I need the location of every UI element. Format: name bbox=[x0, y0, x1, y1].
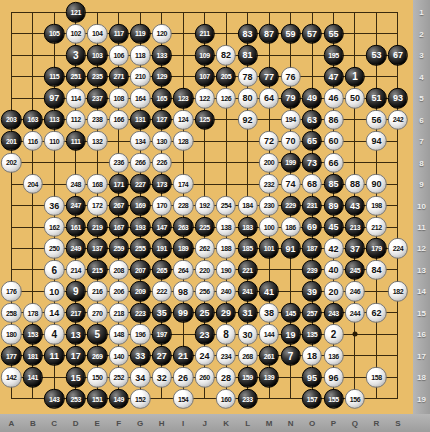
black-stone-P2[interactable]: 55 bbox=[323, 23, 343, 43]
move-number: 149 bbox=[113, 395, 123, 402]
move-number: 141 bbox=[28, 374, 38, 381]
black-stone-L13[interactable]: 221 bbox=[237, 260, 257, 280]
white-stone-P7[interactable]: 60 bbox=[323, 131, 343, 151]
black-stone-H16[interactable]: 197 bbox=[151, 324, 171, 344]
white-stone-K17[interactable]: 234 bbox=[216, 346, 236, 366]
white-stone-P5[interactable]: 46 bbox=[323, 88, 343, 108]
black-stone-F10[interactable]: 267 bbox=[108, 195, 128, 215]
black-stone-D18[interactable]: 15 bbox=[66, 367, 86, 387]
black-stone-E17[interactable]: 269 bbox=[87, 346, 107, 366]
black-stone-F2[interactable]: 117 bbox=[108, 23, 128, 43]
black-stone-K15[interactable]: 29 bbox=[216, 303, 236, 323]
white-stone-N11[interactable]: 186 bbox=[280, 217, 300, 237]
black-stone-O5[interactable]: 49 bbox=[302, 88, 322, 108]
black-stone-D1[interactable]: 121 bbox=[66, 2, 86, 22]
black-stone-A7[interactable]: 201 bbox=[1, 131, 21, 151]
black-stone-O12[interactable]: 187 bbox=[302, 238, 322, 258]
white-stone-C15[interactable]: 14 bbox=[44, 303, 64, 323]
white-stone-C13[interactable]: 6 bbox=[44, 260, 64, 280]
black-stone-C19[interactable]: 143 bbox=[44, 389, 64, 409]
white-stone-K19[interactable]: 160 bbox=[216, 389, 236, 409]
white-stone-F18[interactable]: 252 bbox=[108, 367, 128, 387]
black-stone-B18[interactable]: 141 bbox=[23, 367, 43, 387]
white-stone-Q15[interactable]: 244 bbox=[345, 303, 365, 323]
black-stone-C17[interactable]: 11 bbox=[44, 346, 64, 366]
white-stone-F5[interactable]: 108 bbox=[108, 88, 128, 108]
white-stone-L6[interactable]: 92 bbox=[237, 109, 257, 129]
white-stone-H7[interactable]: 130 bbox=[151, 131, 171, 151]
white-stone-G3[interactable]: 118 bbox=[130, 45, 150, 65]
white-stone-J17[interactable]: 24 bbox=[194, 346, 214, 366]
white-stone-R15[interactable]: 62 bbox=[366, 303, 386, 323]
move-number: 89 bbox=[328, 201, 338, 211]
black-stone-B6[interactable]: 163 bbox=[23, 109, 43, 129]
black-stone-R5[interactable]: 51 bbox=[366, 88, 386, 108]
white-stone-L4[interactable]: 78 bbox=[237, 66, 257, 86]
black-stone-S3[interactable]: 67 bbox=[388, 45, 408, 65]
white-stone-K14[interactable]: 240 bbox=[216, 281, 236, 301]
black-stone-J16[interactable]: 23 bbox=[194, 324, 214, 344]
black-stone-Q11[interactable]: 213 bbox=[345, 217, 365, 237]
black-stone-H13[interactable]: 265 bbox=[151, 260, 171, 280]
white-stone-K11[interactable]: 138 bbox=[216, 217, 236, 237]
black-stone-P4[interactable]: 47 bbox=[323, 66, 343, 86]
move-number: 195 bbox=[328, 52, 338, 59]
black-stone-G2[interactable]: 119 bbox=[130, 23, 150, 43]
white-stone-P6[interactable]: 86 bbox=[323, 109, 343, 129]
move-number: 244 bbox=[350, 309, 360, 316]
black-stone-D12[interactable]: 249 bbox=[66, 238, 86, 258]
white-stone-F3[interactable]: 106 bbox=[108, 45, 128, 65]
black-stone-G9[interactable]: 227 bbox=[130, 174, 150, 194]
white-stone-K13[interactable]: 190 bbox=[216, 260, 236, 280]
black-stone-E19[interactable]: 151 bbox=[87, 389, 107, 409]
white-stone-F16[interactable]: 148 bbox=[108, 324, 128, 344]
move-number: 220 bbox=[199, 266, 209, 273]
black-stone-G12[interactable]: 255 bbox=[130, 238, 150, 258]
black-stone-N5[interactable]: 79 bbox=[280, 88, 300, 108]
black-stone-E5[interactable]: 237 bbox=[87, 88, 107, 108]
white-stone-J18[interactable]: 260 bbox=[194, 367, 214, 387]
black-stone-G14[interactable]: 209 bbox=[130, 281, 150, 301]
black-stone-O6[interactable]: 63 bbox=[302, 109, 322, 129]
white-stone-O17[interactable]: 18 bbox=[302, 346, 322, 366]
white-stone-C11[interactable]: 162 bbox=[44, 217, 64, 237]
move-number: 210 bbox=[135, 73, 145, 80]
black-stone-O7[interactable]: 65 bbox=[302, 131, 322, 151]
white-stone-L10[interactable]: 184 bbox=[237, 195, 257, 215]
black-stone-R12[interactable]: 179 bbox=[366, 238, 386, 258]
black-stone-E13[interactable]: 215 bbox=[87, 260, 107, 280]
black-stone-L3[interactable]: 81 bbox=[237, 45, 257, 65]
white-stone-K5[interactable]: 126 bbox=[216, 88, 236, 108]
black-stone-I17[interactable]: 21 bbox=[173, 346, 193, 366]
black-stone-O14[interactable]: 39 bbox=[302, 281, 322, 301]
black-stone-P10[interactable]: 89 bbox=[323, 195, 343, 215]
move-number: 32 bbox=[157, 372, 167, 382]
white-stone-I7[interactable]: 128 bbox=[173, 131, 193, 151]
move-number: 242 bbox=[393, 116, 403, 123]
move-number: 134 bbox=[135, 138, 145, 145]
black-stone-E16[interactable]: 5 bbox=[87, 324, 107, 344]
black-stone-N10[interactable]: 229 bbox=[280, 195, 300, 215]
white-stone-I19[interactable]: 154 bbox=[173, 389, 193, 409]
black-stone-G6[interactable]: 131 bbox=[130, 109, 150, 129]
black-stone-E11[interactable]: 219 bbox=[87, 217, 107, 237]
white-stone-P12[interactable]: 42 bbox=[323, 238, 343, 258]
white-stone-Q14[interactable]: 246 bbox=[345, 281, 365, 301]
move-number: 120 bbox=[156, 30, 166, 37]
move-number: 192 bbox=[199, 202, 209, 209]
black-stone-H11[interactable]: 147 bbox=[151, 217, 171, 237]
white-stone-G18[interactable]: 34 bbox=[130, 367, 150, 387]
white-stone-C12[interactable]: 250 bbox=[44, 238, 64, 258]
move-number: 111 bbox=[71, 138, 81, 145]
white-stone-C16[interactable]: 4 bbox=[44, 324, 64, 344]
black-stone-N2[interactable]: 59 bbox=[280, 23, 300, 43]
white-stone-A14[interactable]: 176 bbox=[1, 281, 21, 301]
black-stone-D14[interactable]: 9 bbox=[66, 281, 86, 301]
white-stone-Q19[interactable]: 156 bbox=[345, 389, 365, 409]
white-stone-J14[interactable]: 256 bbox=[194, 281, 214, 301]
black-stone-I12[interactable]: 189 bbox=[173, 238, 193, 258]
white-stone-Q5[interactable]: 50 bbox=[345, 88, 365, 108]
black-stone-M4[interactable]: 77 bbox=[259, 66, 279, 86]
black-stone-A6[interactable]: 203 bbox=[1, 109, 21, 129]
black-stone-G11[interactable]: 193 bbox=[130, 217, 150, 237]
move-number: 269 bbox=[92, 352, 102, 359]
white-stone-G5[interactable]: 164 bbox=[130, 88, 150, 108]
black-stone-C6[interactable]: 113 bbox=[44, 109, 64, 129]
black-stone-H5[interactable]: 165 bbox=[151, 88, 171, 108]
white-stone-C14[interactable]: 10 bbox=[44, 281, 64, 301]
black-stone-J11[interactable]: 225 bbox=[194, 217, 214, 237]
white-stone-A18[interactable]: 142 bbox=[1, 367, 21, 387]
black-stone-L15[interactable]: 31 bbox=[237, 303, 257, 323]
black-stone-Q4[interactable]: 1 bbox=[345, 66, 365, 86]
white-stone-F13[interactable]: 208 bbox=[108, 260, 128, 280]
row-label-14: 14 bbox=[417, 287, 426, 296]
white-stone-J10[interactable]: 192 bbox=[194, 195, 214, 215]
black-stone-P11[interactable]: 45 bbox=[323, 217, 343, 237]
white-stone-N4[interactable]: 76 bbox=[280, 66, 300, 86]
black-stone-M12[interactable]: 101 bbox=[259, 238, 279, 258]
black-stone-C2[interactable]: 105 bbox=[44, 23, 64, 43]
black-stone-F4[interactable]: 271 bbox=[108, 66, 128, 86]
go-board[interactable]: 1234567891011131415171819202123242526272… bbox=[0, 0, 413, 414]
black-stone-E3[interactable]: 103 bbox=[87, 45, 107, 65]
white-stone-J5[interactable]: 122 bbox=[194, 88, 214, 108]
black-stone-G13[interactable]: 207 bbox=[130, 260, 150, 280]
white-stone-L17[interactable]: 268 bbox=[237, 346, 257, 366]
black-stone-D17[interactable]: 17 bbox=[66, 346, 86, 366]
black-stone-N17[interactable]: 7 bbox=[280, 346, 300, 366]
black-stone-D16[interactable]: 13 bbox=[66, 324, 86, 344]
white-stone-E15[interactable]: 270 bbox=[87, 303, 107, 323]
white-stone-D2[interactable]: 102 bbox=[66, 23, 86, 43]
black-stone-R3[interactable]: 53 bbox=[366, 45, 386, 65]
white-stone-J12[interactable]: 262 bbox=[194, 238, 214, 258]
white-stone-G4[interactable]: 210 bbox=[130, 66, 150, 86]
white-stone-R7[interactable]: 94 bbox=[366, 131, 386, 151]
white-stone-R10[interactable]: 198 bbox=[366, 195, 386, 215]
move-number: 213 bbox=[350, 223, 360, 230]
black-stone-J15[interactable]: 25 bbox=[194, 303, 214, 323]
move-number: 256 bbox=[199, 288, 209, 295]
white-stone-F8[interactable]: 236 bbox=[108, 152, 128, 172]
row-label-4: 4 bbox=[419, 72, 423, 81]
black-stone-S5[interactable]: 93 bbox=[388, 88, 408, 108]
white-stone-G7[interactable]: 134 bbox=[130, 131, 150, 151]
white-stone-P14[interactable]: 20 bbox=[323, 281, 343, 301]
white-stone-H10[interactable]: 170 bbox=[151, 195, 171, 215]
black-stone-G10[interactable]: 169 bbox=[130, 195, 150, 215]
black-stone-L2[interactable]: 83 bbox=[237, 23, 257, 43]
white-stone-C7[interactable]: 110 bbox=[44, 131, 64, 151]
black-stone-O11[interactable]: 69 bbox=[302, 217, 322, 237]
white-stone-B7[interactable]: 116 bbox=[23, 131, 43, 151]
white-stone-M7[interactable]: 72 bbox=[259, 131, 279, 151]
white-stone-K12[interactable]: 188 bbox=[216, 238, 236, 258]
white-stone-E10[interactable]: 172 bbox=[87, 195, 107, 215]
white-stone-N9[interactable]: 74 bbox=[280, 174, 300, 194]
white-stone-K10[interactable]: 254 bbox=[216, 195, 236, 215]
black-stone-F9[interactable]: 171 bbox=[108, 174, 128, 194]
white-stone-G16[interactable]: 196 bbox=[130, 324, 150, 344]
black-stone-H9[interactable]: 173 bbox=[151, 174, 171, 194]
black-stone-A17[interactable]: 177 bbox=[1, 346, 21, 366]
white-stone-M10[interactable]: 230 bbox=[259, 195, 279, 215]
black-stone-I15[interactable]: 99 bbox=[173, 303, 193, 323]
black-stone-O19[interactable]: 157 bbox=[302, 389, 322, 409]
white-stone-G19[interactable]: 152 bbox=[130, 389, 150, 409]
black-stone-M17[interactable]: 261 bbox=[259, 346, 279, 366]
move-number: 130 bbox=[156, 138, 166, 145]
black-stone-N15[interactable]: 145 bbox=[280, 303, 300, 323]
black-stone-H17[interactable]: 27 bbox=[151, 346, 171, 366]
black-stone-D15[interactable]: 217 bbox=[66, 303, 86, 323]
move-number: 183 bbox=[242, 223, 252, 230]
row-label-5: 5 bbox=[419, 94, 423, 103]
black-stone-L14[interactable]: 241 bbox=[237, 281, 257, 301]
black-stone-M18[interactable]: 139 bbox=[259, 367, 279, 387]
white-stone-F6[interactable]: 166 bbox=[108, 109, 128, 129]
black-stone-L19[interactable]: 233 bbox=[237, 389, 257, 409]
black-stone-F12[interactable]: 259 bbox=[108, 238, 128, 258]
white-stone-H18[interactable]: 32 bbox=[151, 367, 171, 387]
black-stone-H12[interactable]: 191 bbox=[151, 238, 171, 258]
white-stone-A15[interactable]: 258 bbox=[1, 303, 21, 323]
black-stone-P9[interactable]: 85 bbox=[323, 174, 343, 194]
black-stone-P19[interactable]: 155 bbox=[323, 389, 343, 409]
black-stone-D10[interactable]: 247 bbox=[66, 195, 86, 215]
black-stone-O15[interactable]: 257 bbox=[302, 303, 322, 323]
black-stone-O16[interactable]: 135 bbox=[302, 324, 322, 344]
white-stone-E14[interactable]: 216 bbox=[87, 281, 107, 301]
white-stone-R11[interactable]: 212 bbox=[366, 217, 386, 237]
black-stone-G15[interactable]: 223 bbox=[130, 303, 150, 323]
move-number: 26 bbox=[178, 372, 188, 382]
black-stone-J2[interactable]: 211 bbox=[194, 23, 214, 43]
white-stone-L16[interactable]: 30 bbox=[237, 324, 257, 344]
black-stone-O8[interactable]: 73 bbox=[302, 152, 322, 172]
white-stone-I10[interactable]: 228 bbox=[173, 195, 193, 215]
black-stone-N16[interactable]: 19 bbox=[280, 324, 300, 344]
black-stone-L12[interactable]: 185 bbox=[237, 238, 257, 258]
move-number: 235 bbox=[92, 73, 102, 80]
white-stone-J13[interactable]: 220 bbox=[194, 260, 214, 280]
move-number: 103 bbox=[92, 52, 102, 59]
move-number: 202 bbox=[6, 159, 16, 166]
black-stone-M2[interactable]: 87 bbox=[259, 23, 279, 43]
white-stone-P16[interactable]: 2 bbox=[323, 324, 343, 344]
black-stone-F19[interactable]: 149 bbox=[108, 389, 128, 409]
black-stone-C4[interactable]: 115 bbox=[44, 66, 64, 86]
black-stone-H3[interactable]: 133 bbox=[151, 45, 171, 65]
black-stone-D4[interactable]: 251 bbox=[66, 66, 86, 86]
move-number: 80 bbox=[243, 93, 253, 103]
white-stone-I14[interactable]: 98 bbox=[173, 281, 193, 301]
black-stone-C5[interactable]: 97 bbox=[44, 88, 64, 108]
white-stone-M8[interactable]: 200 bbox=[259, 152, 279, 172]
black-stone-H6[interactable]: 127 bbox=[151, 109, 171, 129]
white-stone-C10[interactable]: 36 bbox=[44, 195, 64, 215]
black-stone-O2[interactable]: 57 bbox=[302, 23, 322, 43]
move-number: 49 bbox=[307, 93, 317, 103]
black-stone-M14[interactable]: 41 bbox=[259, 281, 279, 301]
black-stone-E12[interactable]: 137 bbox=[87, 238, 107, 258]
move-number: 208 bbox=[113, 266, 123, 273]
move-number: 97 bbox=[49, 93, 59, 103]
white-stone-I18[interactable]: 26 bbox=[173, 367, 193, 387]
white-stone-G8[interactable]: 266 bbox=[130, 152, 150, 172]
white-stone-R9[interactable]: 90 bbox=[366, 174, 386, 194]
black-stone-E4[interactable]: 235 bbox=[87, 66, 107, 86]
white-stone-D13[interactable]: 214 bbox=[66, 260, 86, 280]
black-stone-Q13[interactable]: 245 bbox=[345, 260, 365, 280]
black-stone-O13[interactable]: 239 bbox=[302, 260, 322, 280]
move-number: 119 bbox=[135, 30, 145, 37]
white-stone-S12[interactable]: 224 bbox=[388, 238, 408, 258]
move-number: 88 bbox=[350, 179, 360, 189]
white-stone-A16[interactable]: 180 bbox=[1, 324, 21, 344]
white-stone-H2[interactable]: 120 bbox=[151, 23, 171, 43]
white-stone-F14[interactable]: 206 bbox=[108, 281, 128, 301]
black-stone-I11[interactable]: 263 bbox=[173, 217, 193, 237]
black-stone-H15[interactable]: 35 bbox=[151, 303, 171, 323]
black-stone-D11[interactable]: 161 bbox=[66, 217, 86, 237]
black-stone-D3[interactable]: 3 bbox=[66, 45, 86, 65]
white-stone-D9[interactable]: 248 bbox=[66, 174, 86, 194]
black-stone-P15[interactable]: 243 bbox=[323, 303, 343, 323]
white-stone-K18[interactable]: 28 bbox=[216, 367, 236, 387]
white-stone-Q9[interactable]: 88 bbox=[345, 174, 365, 194]
move-number: 266 bbox=[135, 159, 145, 166]
white-stone-H14[interactable]: 222 bbox=[151, 281, 171, 301]
move-number: 268 bbox=[242, 352, 252, 359]
white-stone-E6[interactable]: 238 bbox=[87, 109, 107, 129]
move-number: 65 bbox=[307, 136, 317, 146]
move-number: 212 bbox=[371, 223, 381, 230]
white-stone-K3[interactable]: 82 bbox=[216, 45, 236, 65]
white-stone-N7[interactable]: 70 bbox=[280, 131, 300, 151]
column-label-L: L bbox=[245, 419, 250, 428]
white-stone-S14[interactable]: 182 bbox=[388, 281, 408, 301]
black-stone-B17[interactable]: 181 bbox=[23, 346, 43, 366]
white-stone-M11[interactable]: 100 bbox=[259, 217, 279, 237]
black-stone-N8[interactable]: 199 bbox=[280, 152, 300, 172]
black-stone-H4[interactable]: 129 bbox=[151, 66, 171, 86]
white-stone-R18[interactable]: 158 bbox=[366, 367, 386, 387]
column-label-E: E bbox=[95, 419, 100, 428]
black-stone-N12[interactable]: 91 bbox=[280, 238, 300, 258]
white-stone-D5[interactable]: 114 bbox=[66, 88, 86, 108]
white-stone-I6[interactable]: 124 bbox=[173, 109, 193, 129]
move-number: 128 bbox=[178, 138, 188, 145]
white-stone-M5[interactable]: 64 bbox=[259, 88, 279, 108]
black-stone-O10[interactable]: 231 bbox=[302, 195, 322, 215]
white-stone-P18[interactable]: 96 bbox=[323, 367, 343, 387]
move-number: 24 bbox=[200, 351, 210, 361]
white-stone-F17[interactable]: 140 bbox=[108, 346, 128, 366]
white-stone-S6[interactable]: 242 bbox=[388, 109, 408, 129]
move-number: 5 bbox=[94, 329, 100, 340]
white-stone-M16[interactable]: 144 bbox=[259, 324, 279, 344]
black-stone-O18[interactable]: 95 bbox=[302, 367, 322, 387]
white-stone-B9[interactable]: 204 bbox=[23, 174, 43, 194]
white-stone-P17[interactable]: 136 bbox=[323, 346, 343, 366]
white-stone-A8[interactable]: 202 bbox=[1, 152, 21, 172]
white-stone-K16[interactable]: 8 bbox=[216, 324, 236, 344]
black-stone-P3[interactable]: 195 bbox=[323, 45, 343, 65]
black-stone-G17[interactable]: 33 bbox=[130, 346, 150, 366]
white-stone-E2[interactable]: 104 bbox=[87, 23, 107, 43]
white-stone-O9[interactable]: 68 bbox=[302, 174, 322, 194]
black-stone-D7[interactable]: 111 bbox=[66, 131, 86, 151]
white-stone-L5[interactable]: 80 bbox=[237, 88, 257, 108]
black-stone-F11[interactable]: 167 bbox=[108, 217, 128, 237]
white-stone-E9[interactable]: 168 bbox=[87, 174, 107, 194]
black-stone-L11[interactable]: 183 bbox=[237, 217, 257, 237]
black-stone-Q12[interactable]: 37 bbox=[345, 238, 365, 258]
black-stone-B16[interactable]: 153 bbox=[23, 324, 43, 344]
white-stone-N6[interactable]: 194 bbox=[280, 109, 300, 129]
black-stone-J3[interactable]: 109 bbox=[194, 45, 214, 65]
black-stone-K4[interactable]: 205 bbox=[216, 66, 236, 86]
white-stone-E18[interactable]: 150 bbox=[87, 367, 107, 387]
black-stone-J4[interactable]: 107 bbox=[194, 66, 214, 86]
black-stone-I5[interactable]: 123 bbox=[173, 88, 193, 108]
white-stone-P13[interactable]: 40 bbox=[323, 260, 343, 280]
white-stone-I9[interactable]: 174 bbox=[173, 174, 193, 194]
move-number: 95 bbox=[307, 372, 317, 382]
black-stone-J6[interactable]: 125 bbox=[194, 109, 214, 129]
black-stone-D19[interactable]: 253 bbox=[66, 389, 86, 409]
white-stone-B15[interactable]: 178 bbox=[23, 303, 43, 323]
black-stone-L18[interactable]: 159 bbox=[237, 367, 257, 387]
white-stone-E7[interactable]: 132 bbox=[87, 131, 107, 151]
white-stone-F15[interactable]: 218 bbox=[108, 303, 128, 323]
white-stone-R6[interactable]: 56 bbox=[366, 109, 386, 129]
black-stone-Q10[interactable]: 43 bbox=[345, 195, 365, 215]
white-stone-I13[interactable]: 264 bbox=[173, 260, 193, 280]
white-stone-H8[interactable]: 226 bbox=[151, 152, 171, 172]
white-stone-M9[interactable]: 232 bbox=[259, 174, 279, 194]
white-stone-P8[interactable]: 66 bbox=[323, 152, 343, 172]
white-stone-R13[interactable]: 84 bbox=[366, 260, 386, 280]
white-stone-D6[interactable]: 112 bbox=[66, 109, 86, 129]
white-stone-M15[interactable]: 38 bbox=[259, 303, 279, 323]
